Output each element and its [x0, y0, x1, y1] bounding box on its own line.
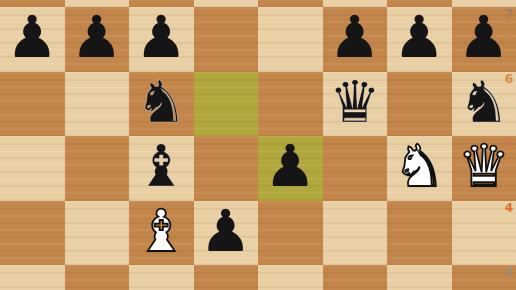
- square-e5[interactable]: ♟: [258, 136, 323, 201]
- rank-label-7: 7: [505, 7, 513, 21]
- chess-board: ♟♟♟♟♟7♟♞♛6♞♝♟♞5♛♝♟43: [0, 0, 516, 290]
- square-e3[interactable]: [258, 265, 323, 290]
- square-a4[interactable]: [0, 201, 65, 266]
- white-knight-piece[interactable]: ♞: [393, 134, 445, 199]
- square-e8[interactable]: [258, 0, 323, 7]
- square-h5[interactable]: 5♛: [452, 136, 516, 201]
- square-f4[interactable]: [323, 201, 388, 266]
- square-g3[interactable]: [387, 265, 452, 290]
- black-pawn-piece[interactable]: ♟: [200, 199, 252, 264]
- square-h4[interactable]: 4: [452, 201, 516, 266]
- black-pawn-piece[interactable]: ♟: [71, 5, 123, 70]
- rank-label-3: 3: [505, 265, 513, 279]
- square-c6[interactable]: ♞: [129, 72, 194, 137]
- square-e6[interactable]: [258, 72, 323, 137]
- square-h3[interactable]: 3: [452, 265, 516, 290]
- square-f6[interactable]: ♛: [323, 72, 388, 137]
- square-b3[interactable]: [65, 265, 130, 290]
- square-d3[interactable]: [194, 265, 259, 290]
- square-c4[interactable]: ♝: [129, 201, 194, 266]
- square-d8[interactable]: [194, 0, 259, 7]
- square-g6[interactable]: [387, 72, 452, 137]
- black-pawn-piece[interactable]: ♟: [6, 5, 58, 70]
- square-c7[interactable]: ♟: [129, 7, 194, 72]
- white-bishop-piece[interactable]: ♝: [135, 199, 187, 264]
- square-b6[interactable]: [65, 72, 130, 137]
- square-d6[interactable]: [194, 72, 259, 137]
- black-pawn-piece[interactable]: ♟: [135, 5, 187, 70]
- square-d7[interactable]: [194, 7, 259, 72]
- square-b5[interactable]: [65, 136, 130, 201]
- square-a6[interactable]: [0, 72, 65, 137]
- black-knight-piece[interactable]: ♞: [135, 70, 187, 135]
- square-c3[interactable]: [129, 265, 194, 290]
- square-a7[interactable]: ♟: [0, 7, 65, 72]
- rank-label-4: 4: [505, 201, 513, 215]
- square-e4[interactable]: [258, 201, 323, 266]
- square-e7[interactable]: [258, 7, 323, 72]
- square-c5[interactable]: ♝: [129, 136, 194, 201]
- square-g4[interactable]: [387, 201, 452, 266]
- square-h6[interactable]: 6♞: [452, 72, 516, 137]
- rank-label-6: 6: [505, 72, 513, 86]
- square-a3[interactable]: [0, 265, 65, 290]
- black-pawn-piece[interactable]: ♟: [264, 134, 316, 199]
- square-f7[interactable]: ♟: [323, 7, 388, 72]
- white-queen-piece[interactable]: ♛: [458, 134, 510, 199]
- square-f5[interactable]: [323, 136, 388, 201]
- chess-board-viewport: ♟♟♟♟♟7♟♞♛6♞♝♟♞5♛♝♟43: [0, 0, 516, 290]
- square-f3[interactable]: [323, 265, 388, 290]
- black-pawn-piece[interactable]: ♟: [393, 5, 445, 70]
- square-a5[interactable]: [0, 136, 65, 201]
- square-b7[interactable]: ♟: [65, 7, 130, 72]
- black-knight-piece[interactable]: ♞: [458, 70, 510, 135]
- square-g5[interactable]: ♞: [387, 136, 452, 201]
- square-d5[interactable]: [194, 136, 259, 201]
- square-b4[interactable]: [65, 201, 130, 266]
- black-bishop-piece[interactable]: ♝: [135, 134, 187, 199]
- square-h7[interactable]: 7♟: [452, 7, 516, 72]
- square-d4[interactable]: ♟: [194, 201, 259, 266]
- black-queen-piece[interactable]: ♛: [329, 70, 381, 135]
- square-g7[interactable]: ♟: [387, 7, 452, 72]
- rank-label-5: 5: [505, 136, 513, 150]
- black-pawn-piece[interactable]: ♟: [329, 5, 381, 70]
- black-pawn-piece[interactable]: ♟: [458, 5, 510, 70]
